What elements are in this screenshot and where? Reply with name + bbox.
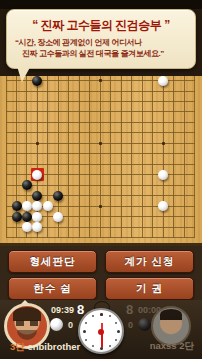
clock-tick bbox=[100, 347, 103, 350]
pass-button[interactable]: 한수 쉼 bbox=[8, 277, 97, 300]
clock-tick bbox=[83, 330, 86, 333]
bubble-subtitle-line2: 진짜 고수들과의 실전 대국을 즐겨보세요.” bbox=[15, 49, 187, 60]
grid-line-h bbox=[6, 185, 195, 186]
stone-black bbox=[32, 191, 42, 201]
left-player-nickname: enbibrother bbox=[27, 341, 80, 352]
stone-white bbox=[22, 222, 32, 232]
star-point bbox=[36, 142, 39, 145]
stone-white bbox=[158, 201, 168, 211]
grid-line-h bbox=[6, 132, 195, 133]
bubble-tail bbox=[17, 65, 33, 82]
right-player-periods: 8 bbox=[126, 302, 133, 317]
left-player-rank: 3단 bbox=[10, 341, 25, 352]
star-point bbox=[99, 142, 102, 145]
clock-tick bbox=[100, 313, 103, 316]
stone-white bbox=[32, 201, 42, 211]
left-player-captures: 0 bbox=[68, 320, 73, 330]
grid-line-h bbox=[6, 237, 195, 238]
stone-white bbox=[22, 201, 32, 211]
request-counting-button[interactable]: 계가 신청 bbox=[105, 250, 194, 273]
stone-black bbox=[22, 180, 32, 190]
grid-line-h bbox=[6, 164, 195, 165]
bubble-subtitle-line1: “시간, 장소에 관계없이 언제 어디서나 bbox=[15, 38, 187, 49]
avatar-hair bbox=[160, 309, 182, 320]
stone-white bbox=[32, 222, 42, 232]
black-capture-stone-icon bbox=[138, 318, 151, 331]
star-point bbox=[162, 142, 165, 145]
stone-black bbox=[22, 212, 32, 222]
clock-tick bbox=[85, 339, 87, 341]
bubble-title: “ 진짜 고수들의 진검승부 ” bbox=[13, 17, 189, 34]
white-capture-stone-icon bbox=[50, 318, 63, 331]
grid-line-h bbox=[6, 153, 195, 154]
grid-line-h bbox=[6, 111, 195, 112]
stone-white bbox=[43, 201, 53, 211]
go-app-screen: “ 진짜 고수들의 진검승부 ” “시간, 장소에 관계없이 언제 어디서나 진… bbox=[0, 0, 202, 359]
resign-button[interactable]: 기 권 bbox=[105, 277, 194, 300]
grid-line-h bbox=[6, 122, 195, 123]
clock-tick bbox=[115, 322, 117, 324]
right-player-nickname: naxss bbox=[150, 340, 177, 351]
grid-line-h bbox=[6, 91, 195, 92]
star-point bbox=[99, 79, 102, 82]
clock-tick bbox=[92, 315, 94, 317]
right-player-captures: 0 bbox=[128, 320, 133, 330]
star-point bbox=[99, 205, 102, 208]
stone-black bbox=[32, 76, 42, 86]
clock-tick bbox=[117, 330, 120, 333]
promo-speech-bubble: “ 진짜 고수들의 진검승부 ” “시간, 장소에 관계없이 언제 어디서나 진… bbox=[6, 9, 196, 69]
grid-line-h bbox=[6, 101, 195, 102]
stone-black bbox=[12, 212, 22, 222]
go-board[interactable] bbox=[0, 76, 202, 246]
left-player-name: 3단 enbibrother bbox=[10, 341, 80, 354]
stone-white bbox=[32, 212, 42, 222]
stone-white bbox=[53, 212, 63, 222]
clock-tick bbox=[109, 315, 111, 317]
analog-clock bbox=[78, 308, 124, 354]
clock-tick bbox=[109, 345, 111, 347]
judge-position-button[interactable]: 형세판단 bbox=[8, 250, 97, 273]
stone-white bbox=[158, 170, 168, 180]
avatar-beard bbox=[17, 330, 37, 340]
left-player-time: 09:39 bbox=[51, 305, 74, 315]
action-button-area: 형세판단 계가 신청 한수 쉼 기 권 bbox=[0, 246, 202, 300]
clock-hub bbox=[98, 329, 104, 335]
avatar-glasses bbox=[16, 320, 38, 326]
stone-white bbox=[158, 76, 168, 86]
clock-tick bbox=[115, 339, 117, 341]
clock-tick bbox=[92, 345, 94, 347]
clock-tick bbox=[85, 322, 87, 324]
avatar-hair bbox=[13, 307, 41, 321]
stone-black bbox=[53, 191, 63, 201]
stone-black bbox=[12, 201, 22, 211]
right-player-rank: 2단 bbox=[179, 340, 194, 351]
right-player-name: naxss 2단 bbox=[150, 340, 194, 353]
